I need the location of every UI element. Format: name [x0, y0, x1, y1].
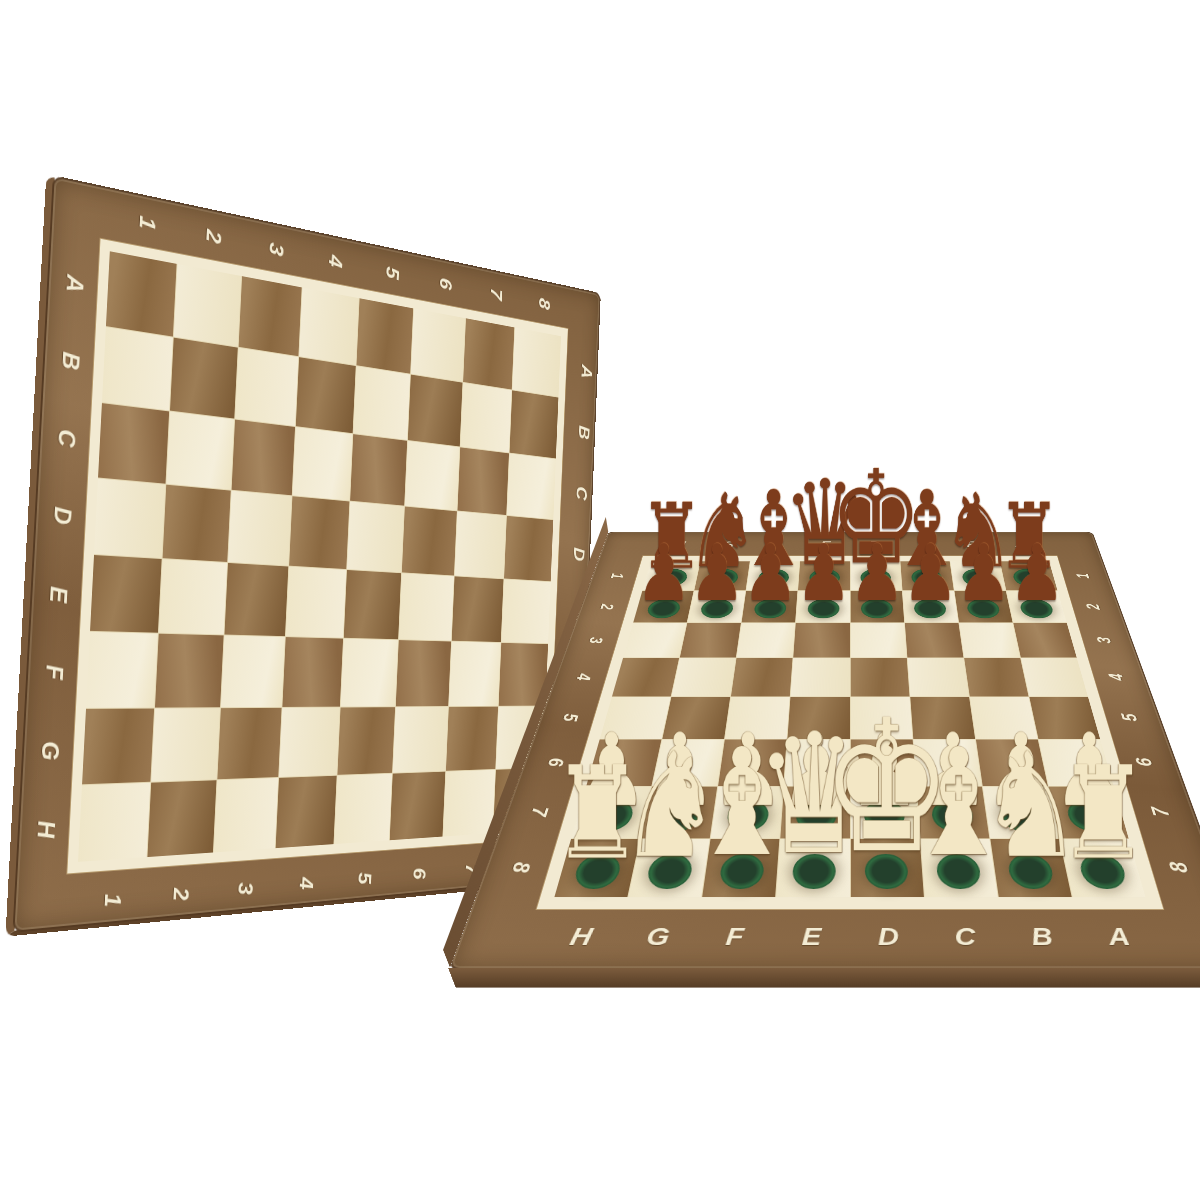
flat-left-rank-label-7: 7 [525, 807, 555, 817]
upright-left-letter-D: D [48, 506, 76, 526]
square [334, 774, 392, 844]
square [353, 366, 410, 440]
upright-bottom-number-4: 4 [295, 876, 317, 890]
square [296, 357, 356, 433]
square [299, 287, 359, 364]
square [148, 780, 216, 857]
square [850, 623, 906, 658]
square [794, 623, 850, 658]
square [292, 427, 352, 501]
board-side-edge-front [448, 968, 1200, 988]
upright-left-letter-B: B [56, 350, 84, 371]
square [402, 507, 456, 576]
upright-bottom-number-5: 5 [353, 871, 374, 885]
upright-left-letter-C: C [52, 428, 80, 449]
flat-left-rank-label-4: 4 [571, 673, 596, 680]
upright-bottom-number-1: 1 [98, 892, 125, 908]
scene: 1234567812345678ABCDEFGHABCDEFGH HGFEDCB… [0, 0, 1200, 1200]
square [170, 337, 237, 418]
square [905, 623, 964, 658]
square [238, 276, 301, 356]
square [231, 419, 295, 495]
square [163, 485, 231, 562]
square [151, 708, 219, 782]
square [275, 776, 336, 848]
flat-right-rank-label-4: 4 [1104, 673, 1129, 680]
square [672, 658, 736, 696]
upright-bottom-number-6: 6 [409, 867, 429, 880]
square [964, 658, 1028, 696]
flat-right-rank-label-3: 3 [1092, 637, 1116, 643]
square [159, 559, 227, 634]
black-pawn-glyph: ♟ [1009, 536, 1065, 610]
upright-bottom-number-2: 2 [168, 887, 193, 902]
square [680, 623, 741, 658]
square [393, 706, 448, 772]
black-pawn-glyph: ♟ [795, 536, 851, 610]
square [102, 327, 173, 410]
upright-left-letter-E: E [44, 585, 72, 603]
square [347, 502, 404, 573]
flat-left-rank-label-1: 1 [606, 573, 628, 578]
square [167, 411, 234, 490]
square [396, 640, 451, 706]
white-knight-glyph: ♞ [618, 737, 722, 874]
flat-left-rank-label-3: 3 [584, 637, 608, 643]
square [221, 635, 285, 707]
black-pawn-glyph: ♟ [955, 536, 1011, 610]
square [235, 347, 298, 425]
square [731, 658, 793, 696]
square [282, 637, 343, 707]
square [106, 251, 177, 336]
square [155, 633, 223, 707]
square [90, 555, 162, 632]
square [78, 783, 151, 862]
square [289, 496, 349, 569]
square [959, 623, 1020, 658]
square [279, 707, 340, 777]
square [98, 403, 169, 484]
square [1013, 623, 1077, 658]
flat-board-scene: HGFEDCBAHGFEDCBA1234567812345678♜♞♝♛♚♝♞♜… [450, 168, 1200, 968]
upright-left-letter-F: F [40, 665, 68, 680]
flat-left-rank-label-2: 2 [596, 604, 619, 610]
square [82, 708, 154, 784]
square [344, 570, 402, 639]
square [390, 772, 445, 840]
square [228, 491, 292, 566]
flat-board: HGFEDCBAHGFEDCBA1234567812345678♜♞♝♛♚♝♞♜… [450, 532, 1200, 968]
black-pawn-glyph: ♟ [742, 536, 798, 610]
square [350, 434, 407, 506]
upright-bottom-number-3: 3 [233, 881, 257, 896]
black-pawn-glyph: ♟ [902, 536, 958, 610]
square [224, 563, 288, 636]
upright-left-letter-H: H [31, 820, 59, 840]
square [623, 623, 687, 658]
flat-right-rank-label-1: 1 [1072, 573, 1094, 578]
square [213, 778, 278, 852]
black-pawn-glyph: ♟ [689, 536, 745, 610]
square [217, 707, 281, 779]
square [612, 658, 679, 696]
white-king-glyph: ♚ [821, 700, 952, 874]
square [286, 567, 347, 638]
square [737, 623, 796, 658]
square [86, 632, 158, 708]
square [356, 298, 413, 373]
upright-left-letter-G: G [35, 741, 63, 761]
black-pawn-glyph: ♟ [849, 536, 905, 610]
square [399, 573, 454, 640]
square [174, 264, 241, 346]
square [337, 707, 395, 775]
square [1021, 658, 1088, 696]
flat-right-rank-label-7: 7 [1146, 807, 1176, 817]
black-pawn-glyph: ♟ [635, 536, 691, 610]
square [94, 479, 166, 558]
flat-right-rank-label-2: 2 [1082, 604, 1105, 610]
white-knight-glyph: ♞ [979, 737, 1083, 874]
square [341, 638, 399, 706]
